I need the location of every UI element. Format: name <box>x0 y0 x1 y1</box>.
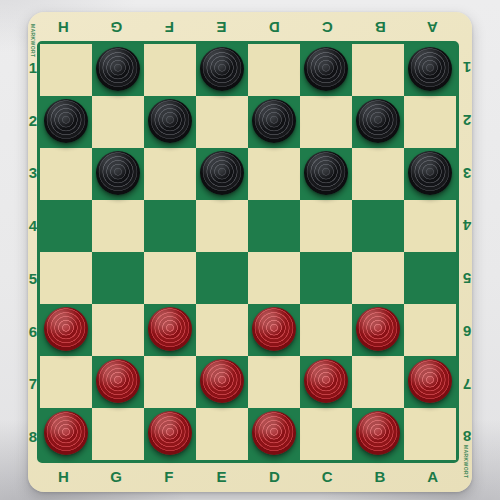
square-G8[interactable] <box>92 408 144 460</box>
square-D6[interactable] <box>248 304 300 356</box>
square-F2[interactable] <box>144 96 196 148</box>
square-A7[interactable] <box>404 356 456 408</box>
file-label-top-F: F <box>143 17 196 39</box>
square-C2[interactable] <box>300 96 352 148</box>
file-label-top-B: B <box>354 17 407 39</box>
checker-red[interactable] <box>148 307 192 351</box>
square-F5[interactable] <box>144 252 196 304</box>
square-A5[interactable] <box>404 252 456 304</box>
square-D1[interactable] <box>248 44 300 96</box>
square-E7[interactable] <box>196 356 248 408</box>
file-label-bottom-H: H <box>37 465 90 487</box>
checker-black[interactable] <box>304 47 348 91</box>
checker-black[interactable] <box>148 99 192 143</box>
square-F8[interactable] <box>144 408 196 460</box>
square-B1[interactable] <box>352 44 404 96</box>
square-B4[interactable] <box>352 200 404 252</box>
file-label-bottom-E: E <box>195 465 248 487</box>
rank-label-right-5: 5 <box>459 252 475 305</box>
checker-red[interactable] <box>200 359 244 403</box>
square-E1[interactable] <box>196 44 248 96</box>
square-A6[interactable] <box>404 304 456 356</box>
checker-red[interactable] <box>356 307 400 351</box>
file-label-bottom-D: D <box>248 465 301 487</box>
rank-label-right-1: 1 <box>459 41 475 94</box>
file-label-top-H: H <box>37 17 90 39</box>
square-D5[interactable] <box>248 252 300 304</box>
square-E3[interactable] <box>196 148 248 200</box>
square-F6[interactable] <box>144 304 196 356</box>
square-E5[interactable] <box>196 252 248 304</box>
checker-black[interactable] <box>96 47 140 91</box>
board-grid <box>40 44 456 460</box>
square-G6[interactable] <box>92 304 144 356</box>
checker-black[interactable] <box>408 151 452 195</box>
checker-black[interactable] <box>252 99 296 143</box>
square-H6[interactable] <box>40 304 92 356</box>
file-labels-bottom: HGFEDCBA <box>37 465 459 487</box>
square-C8[interactable] <box>300 408 352 460</box>
checker-red[interactable] <box>252 307 296 351</box>
checker-black[interactable] <box>200 47 244 91</box>
square-G2[interactable] <box>92 96 144 148</box>
checker-red[interactable] <box>44 307 88 351</box>
rank-label-right-7: 7 <box>459 358 475 411</box>
square-B8[interactable] <box>352 408 404 460</box>
file-label-bottom-C: C <box>301 465 354 487</box>
file-label-top-A: A <box>406 17 459 39</box>
square-A3[interactable] <box>404 148 456 200</box>
checker-red[interactable] <box>408 359 452 403</box>
rank-label-right-3: 3 <box>459 147 475 200</box>
square-F1[interactable] <box>144 44 196 96</box>
board-frame <box>37 41 459 463</box>
checker-black[interactable] <box>96 151 140 195</box>
square-H8[interactable] <box>40 408 92 460</box>
square-G4[interactable] <box>92 200 144 252</box>
square-B6[interactable] <box>352 304 404 356</box>
square-E4[interactable] <box>196 200 248 252</box>
square-D2[interactable] <box>248 96 300 148</box>
square-E8[interactable] <box>196 408 248 460</box>
checker-black[interactable] <box>356 99 400 143</box>
file-label-top-D: D <box>248 17 301 39</box>
square-D3[interactable] <box>248 148 300 200</box>
checker-black[interactable] <box>44 99 88 143</box>
checker-red[interactable] <box>304 359 348 403</box>
square-H7[interactable] <box>40 356 92 408</box>
square-A1[interactable] <box>404 44 456 96</box>
square-C1[interactable] <box>300 44 352 96</box>
square-H3[interactable] <box>40 148 92 200</box>
square-C4[interactable] <box>300 200 352 252</box>
square-D8[interactable] <box>248 408 300 460</box>
square-E2[interactable] <box>196 96 248 148</box>
file-label-bottom-B: B <box>354 465 407 487</box>
square-B5[interactable] <box>352 252 404 304</box>
square-B2[interactable] <box>352 96 404 148</box>
checkers-mat: MARKWORT MARKWORT HGFEDCBA HGFEDCBA 1234… <box>28 12 472 492</box>
square-C7[interactable] <box>300 356 352 408</box>
checker-black[interactable] <box>200 151 244 195</box>
square-D4[interactable] <box>248 200 300 252</box>
square-A8[interactable] <box>404 408 456 460</box>
square-F7[interactable] <box>144 356 196 408</box>
checker-red[interactable] <box>148 411 192 455</box>
file-label-bottom-F: F <box>143 465 196 487</box>
square-C6[interactable] <box>300 304 352 356</box>
square-G7[interactable] <box>92 356 144 408</box>
checker-red[interactable] <box>44 411 88 455</box>
square-B3[interactable] <box>352 148 404 200</box>
file-label-bottom-G: G <box>90 465 143 487</box>
rank-label-right-6: 6 <box>459 305 475 358</box>
checker-black[interactable] <box>408 47 452 91</box>
checker-red[interactable] <box>96 359 140 403</box>
rank-labels-right: 12345678 <box>459 41 475 463</box>
square-E6[interactable] <box>196 304 248 356</box>
rank-label-right-8: 8 <box>459 410 475 463</box>
square-B7[interactable] <box>352 356 404 408</box>
file-label-top-G: G <box>90 17 143 39</box>
checker-red[interactable] <box>252 411 296 455</box>
square-F4[interactable] <box>144 200 196 252</box>
square-H4[interactable] <box>40 200 92 252</box>
rank-label-right-2: 2 <box>459 94 475 147</box>
square-H2[interactable] <box>40 96 92 148</box>
file-labels-top: HGFEDCBA <box>37 17 459 39</box>
checker-red[interactable] <box>356 411 400 455</box>
square-C3[interactable] <box>300 148 352 200</box>
file-label-top-E: E <box>195 17 248 39</box>
rank-label-right-4: 4 <box>459 199 475 252</box>
photo-background: MARKWORT MARKWORT HGFEDCBA HGFEDCBA 1234… <box>0 0 500 500</box>
file-label-bottom-A: A <box>406 465 459 487</box>
square-H1[interactable] <box>40 44 92 96</box>
square-A2[interactable] <box>404 96 456 148</box>
square-G5[interactable] <box>92 252 144 304</box>
square-H5[interactable] <box>40 252 92 304</box>
square-G1[interactable] <box>92 44 144 96</box>
checker-black[interactable] <box>304 151 348 195</box>
square-F3[interactable] <box>144 148 196 200</box>
square-C5[interactable] <box>300 252 352 304</box>
file-label-top-C: C <box>301 17 354 39</box>
square-A4[interactable] <box>404 200 456 252</box>
square-D7[interactable] <box>248 356 300 408</box>
square-G3[interactable] <box>92 148 144 200</box>
